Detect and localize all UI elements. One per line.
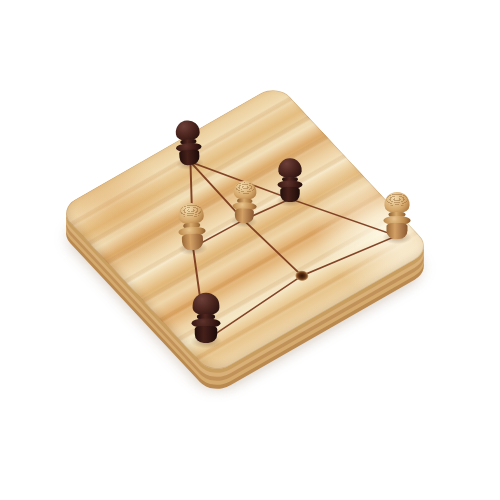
peg-foot bbox=[235, 208, 254, 223]
peg-corner-right[interactable] bbox=[382, 192, 413, 239]
peg-head bbox=[175, 120, 200, 142]
peg-head bbox=[384, 192, 409, 213]
peg-foot bbox=[182, 233, 204, 250]
peg-head bbox=[233, 180, 257, 200]
peg-center[interactable] bbox=[230, 180, 259, 223]
peg-foot bbox=[195, 326, 218, 343]
peg-foot bbox=[280, 187, 300, 201]
board-photo bbox=[0, 0, 500, 500]
peg-head bbox=[192, 293, 219, 316]
peg-head bbox=[178, 202, 204, 224]
peg-foot bbox=[179, 149, 200, 165]
peg-corner-left[interactable] bbox=[189, 293, 222, 343]
peg-mid-left-side[interactable] bbox=[175, 202, 208, 251]
peg-apex[interactable] bbox=[172, 119, 204, 166]
pegs-container bbox=[0, 0, 500, 500]
peg-foot bbox=[386, 223, 407, 239]
peg-head bbox=[278, 158, 302, 178]
peg-mid-right-side[interactable] bbox=[276, 158, 305, 202]
